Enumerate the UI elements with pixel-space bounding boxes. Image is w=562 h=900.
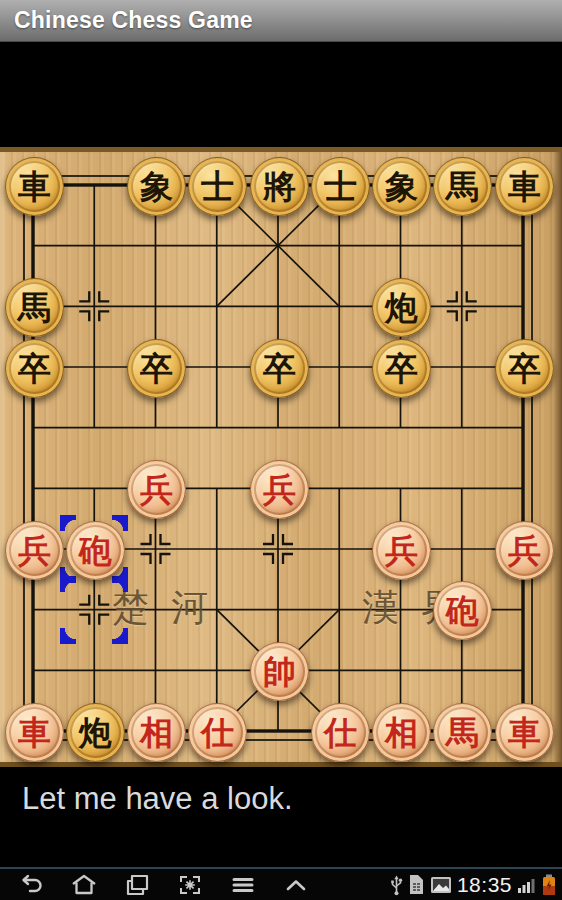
piece-black-soldier[interactable]: 卒: [495, 339, 554, 398]
piece-red-elephant[interactable]: 相: [372, 703, 431, 762]
app-screen: Chinese Chess Game 楚河 漢界 車象士將士象馬車馬炮卒卒卒卒卒…: [0, 0, 562, 900]
piece-red-advisor[interactable]: 仕: [311, 703, 370, 762]
piece-red-soldier[interactable]: 兵: [5, 521, 64, 580]
chevron-up-icon[interactable]: [281, 872, 311, 898]
piece-black-horse[interactable]: 馬: [5, 278, 64, 337]
piece-black-elephant[interactable]: 象: [127, 157, 186, 216]
clock: 18:35: [457, 873, 512, 897]
piece-black-horse[interactable]: 馬: [433, 157, 492, 216]
piece-black-cannon[interactable]: 炮: [372, 278, 431, 337]
piece-red-cannon[interactable]: 砲: [433, 581, 492, 640]
river-text-left: 楚河: [112, 583, 230, 633]
piece-red-soldier[interactable]: 兵: [495, 521, 554, 580]
piece-red-chariot[interactable]: 車: [495, 703, 554, 762]
sim-icon: [408, 874, 425, 895]
app-title: Chinese Chess Game: [14, 7, 253, 34]
menu-icon[interactable]: [228, 872, 258, 898]
battery-icon: [542, 874, 556, 896]
piece-black-chariot[interactable]: 車: [5, 157, 64, 216]
piece-red-soldier[interactable]: 兵: [372, 521, 431, 580]
android-nav-bar: 18:35: [0, 867, 562, 900]
piece-red-horse[interactable]: 馬: [433, 703, 492, 762]
home-icon[interactable]: [69, 872, 99, 898]
piece-red-general[interactable]: 帥: [250, 642, 309, 701]
title-bar: Chinese Chess Game: [0, 0, 562, 42]
gallery-icon: [430, 876, 452, 894]
piece-black-general[interactable]: 將: [250, 157, 309, 216]
piece-black-soldier[interactable]: 卒: [372, 339, 431, 398]
recents-icon[interactable]: [122, 872, 152, 898]
piece-black-soldier[interactable]: 卒: [250, 339, 309, 398]
piece-red-elephant[interactable]: 相: [127, 703, 186, 762]
piece-black-advisor[interactable]: 士: [311, 157, 370, 216]
screenshot-icon[interactable]: [175, 872, 205, 898]
piece-red-advisor[interactable]: 仕: [188, 703, 247, 762]
piece-black-soldier[interactable]: 卒: [127, 339, 186, 398]
piece-red-soldier[interactable]: 兵: [127, 460, 186, 519]
engine-message: Let me have a look.: [22, 781, 293, 817]
piece-black-advisor[interactable]: 士: [188, 157, 247, 216]
piece-black-elephant[interactable]: 象: [372, 157, 431, 216]
piece-red-chariot[interactable]: 車: [5, 703, 64, 762]
signal-icon: [517, 876, 537, 894]
piece-red-cannon[interactable]: 砲: [66, 521, 125, 580]
xiangqi-board[interactable]: 楚河 漢界 車象士將士象馬車馬炮卒卒卒卒卒炮兵兵兵砲兵兵砲帥車相仕仕相馬車: [0, 147, 562, 767]
piece-black-chariot[interactable]: 車: [495, 157, 554, 216]
piece-black-soldier[interactable]: 卒: [5, 339, 64, 398]
back-icon[interactable]: [16, 872, 46, 898]
piece-black-cannon[interactable]: 炮: [66, 703, 125, 762]
piece-red-soldier[interactable]: 兵: [250, 460, 309, 519]
usb-icon: [390, 874, 403, 896]
